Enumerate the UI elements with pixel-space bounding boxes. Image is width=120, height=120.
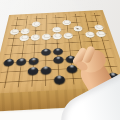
cell-r9c2[interactable]	[11, 76, 26, 88]
black-stone: ●	[27, 65, 40, 76]
black-stone: ●	[40, 64, 52, 75]
black-stone: ●	[15, 57, 28, 67]
black-stone: ●	[28, 56, 40, 66]
photo-scene: ●●●●●●●●●●●●●●●●●●●●●●●●●●●●●	[0, 0, 120, 120]
black-stone: ●	[53, 55, 65, 65]
cell-r9c5[interactable]: ●	[53, 74, 67, 85]
cell-r9c3[interactable]	[25, 75, 39, 87]
black-stone: ●	[53, 73, 66, 85]
cell-r9c4[interactable]	[39, 75, 53, 87]
